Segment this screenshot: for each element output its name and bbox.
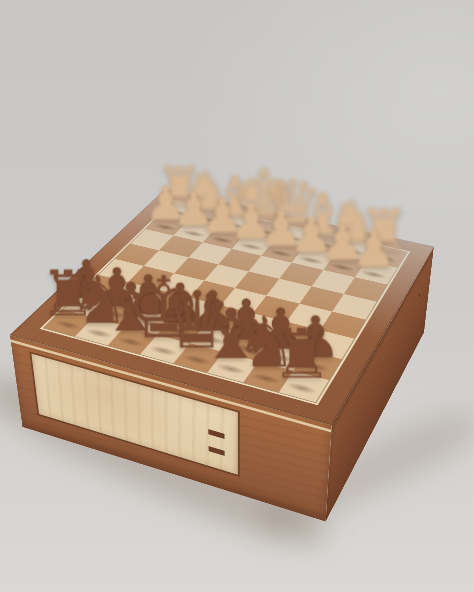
square-e6 — [174, 298, 221, 324]
square-d8 — [173, 343, 223, 373]
square-c6 — [239, 314, 286, 341]
square-a8 — [279, 370, 329, 402]
square-a5 — [320, 312, 366, 339]
square-h8 — [44, 309, 94, 336]
square-f7 — [125, 307, 173, 334]
square-g7 — [94, 300, 142, 326]
square-c7 — [224, 332, 273, 361]
drawer-tenon-upper — [208, 429, 224, 439]
square-g8 — [75, 318, 125, 346]
square-f8 — [107, 326, 157, 354]
square-e7 — [157, 316, 206, 344]
square-b5 — [286, 304, 332, 331]
square-e8 — [140, 334, 190, 363]
drawer-tenon-lower — [208, 446, 224, 456]
photo-scene: ♜♞♝♚♛♝♞♜♟♟♟♟♟♟♟♟♟♟♟♟♟♟♟♟♜♞♝♚♛♝♞♜ — [0, 0, 474, 592]
square-d5 — [221, 288, 267, 314]
square-b6 — [272, 322, 319, 350]
square-d6 — [206, 305, 253, 332]
square-a6 — [307, 330, 354, 359]
square-c8 — [208, 352, 258, 382]
square-f6 — [142, 290, 189, 316]
square-d7 — [190, 324, 239, 352]
square-h7 — [63, 292, 111, 318]
square-b7 — [258, 341, 307, 371]
square-c5 — [253, 296, 299, 322]
square-a4 — [332, 294, 377, 320]
wood-knot — [419, 292, 420, 298]
square-a7 — [293, 350, 342, 380]
square-b8 — [243, 361, 293, 392]
square-b4 — [299, 286, 344, 311]
